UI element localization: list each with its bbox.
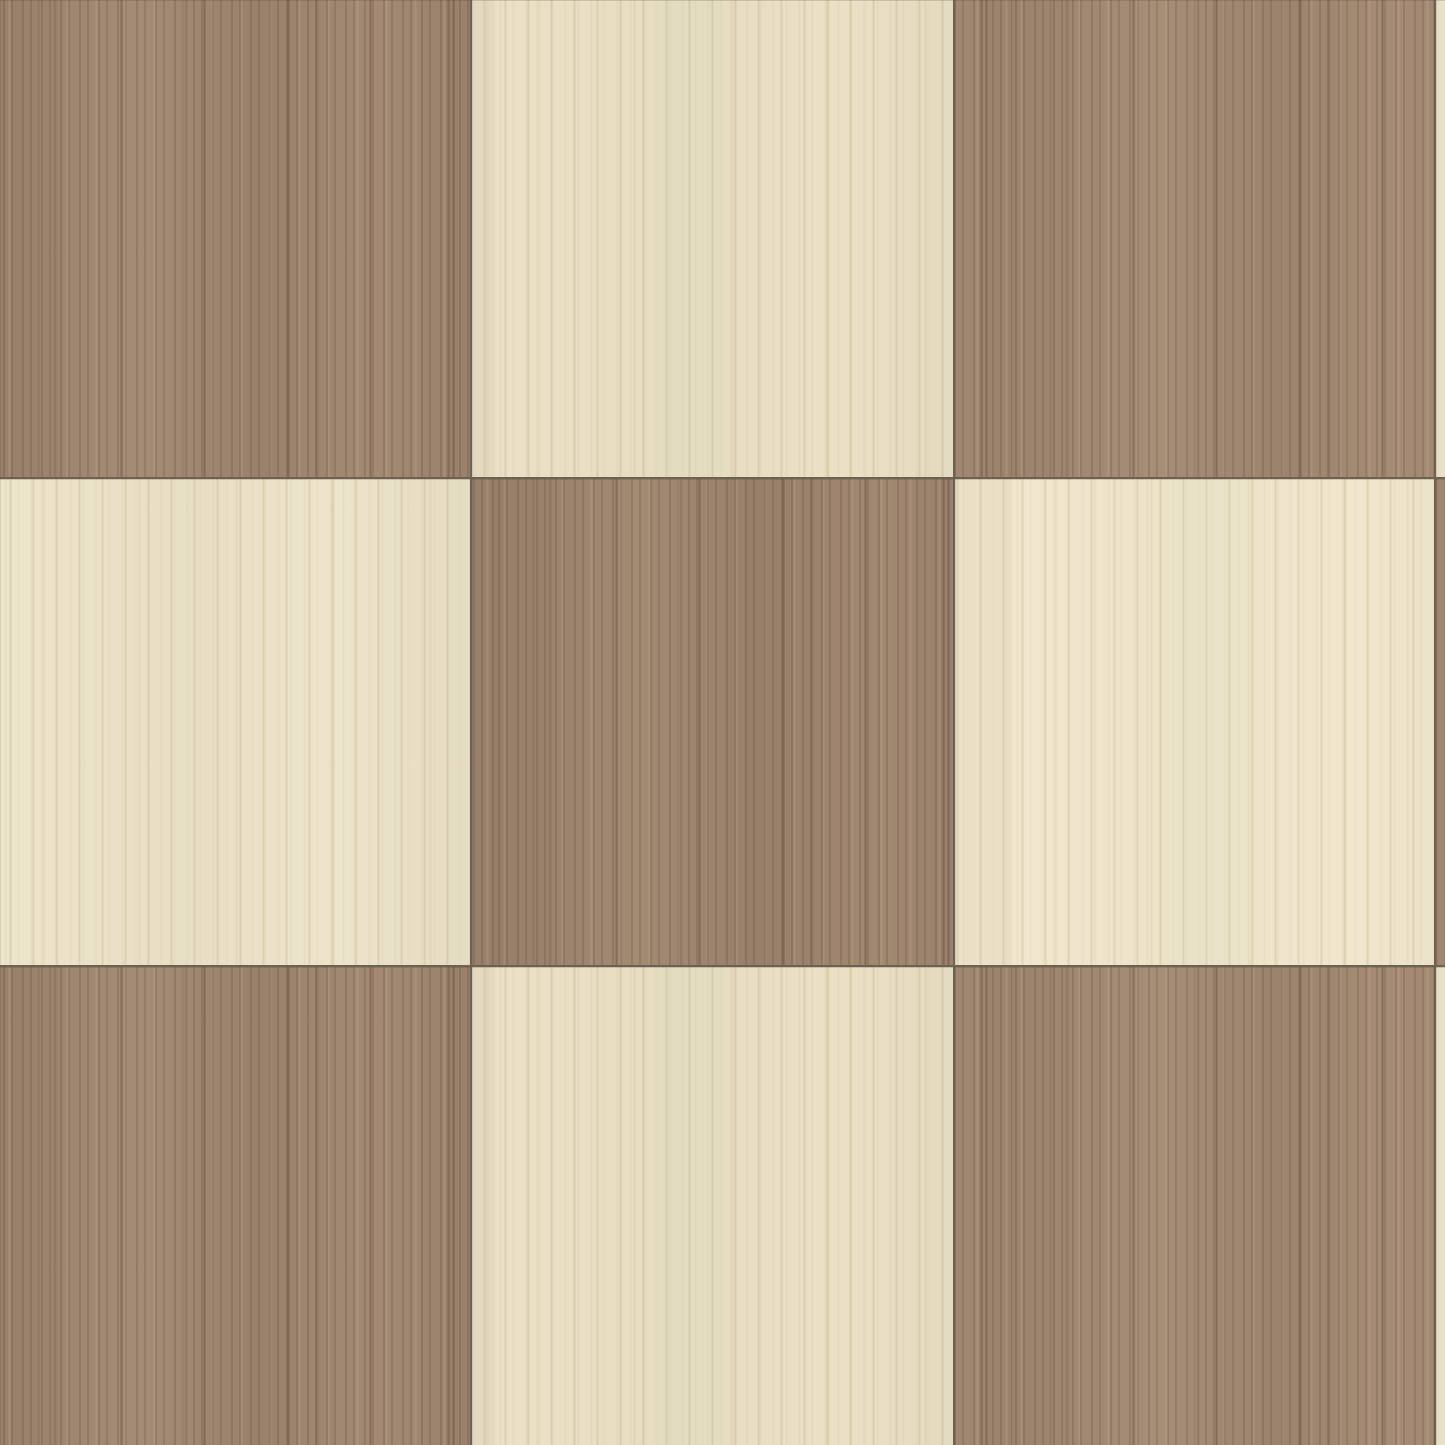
board-square-r1c2-light[interactable] [472,0,953,477]
board-square-r2c2-dark[interactable] [472,479,953,965]
board-square-r1c1-dark[interactable] [0,0,470,477]
board-square-r1c3-dark[interactable] [955,0,1434,477]
board-square-r2c1-light[interactable] [0,479,470,965]
board-square-r1c4-light[interactable] [1436,0,1445,477]
board-square-r3c2-light[interactable] [472,967,953,1445]
board-square-r3c4-light[interactable] [1436,967,1445,1445]
chess-board-closeup [0,0,1445,1445]
board-square-r2c3-light[interactable] [955,479,1434,965]
board-square-r2c4-dark[interactable] [1436,479,1445,965]
board-square-r3c3-dark[interactable] [955,967,1434,1445]
board-square-r3c1-dark[interactable] [0,967,470,1445]
